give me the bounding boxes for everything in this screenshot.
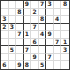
cell-r4c7[interactable] (46, 24, 54, 32)
cell-r1c5[interactable] (31, 1, 39, 9)
cell-r9c1[interactable]: 6 (1, 61, 9, 69)
cell-r6c1[interactable] (1, 39, 9, 47)
cell-r6c9[interactable]: 1 (61, 39, 69, 47)
cell-r6c4[interactable] (24, 39, 32, 47)
cell-r4c9[interactable] (61, 24, 69, 32)
cell-r8c6[interactable] (39, 54, 47, 62)
cell-r1c6[interactable]: 7 (39, 1, 47, 9)
cell-r8c7[interactable]: 7 (46, 54, 54, 62)
cell-r2c2[interactable] (9, 9, 17, 17)
cell-r2c6[interactable] (39, 9, 47, 17)
cell-r8c5[interactable]: 9 (31, 54, 39, 62)
cell-r5c9[interactable] (61, 31, 69, 39)
cell-r2c1[interactable] (1, 9, 9, 17)
cell-r9c6[interactable]: 5 (39, 61, 47, 69)
cell-r4c8[interactable] (54, 24, 62, 32)
cell-r7c7[interactable] (46, 46, 54, 54)
cell-r6c8[interactable]: 7 (54, 39, 62, 47)
cell-r9c7[interactable] (46, 61, 54, 69)
cell-r1c8[interactable] (54, 1, 62, 9)
cell-r5c4[interactable]: 1 (24, 31, 32, 39)
cell-r9c2[interactable] (9, 61, 17, 69)
cell-r4c5[interactable]: 7 (31, 24, 39, 32)
cell-r1c3[interactable] (16, 1, 24, 9)
cell-r6c2[interactable] (9, 39, 17, 47)
cell-r7c9[interactable]: 3 (61, 46, 69, 54)
cell-r1c9[interactable]: 8 (61, 1, 69, 9)
cell-r8c4[interactable] (24, 54, 32, 62)
cell-r4c6[interactable] (39, 24, 47, 32)
cell-r2c9[interactable] (61, 9, 69, 17)
cell-r6c7[interactable] (46, 39, 54, 47)
cell-r9c9[interactable] (61, 61, 69, 69)
sudoku-board: 9738823842377149671573976985 (0, 0, 70, 70)
cell-r3c5[interactable] (31, 16, 39, 24)
cell-r9c4[interactable]: 8 (24, 61, 32, 69)
cell-r6c5[interactable]: 6 (31, 39, 39, 47)
cell-r9c8[interactable] (54, 61, 62, 69)
cell-r1c2[interactable] (9, 1, 17, 9)
cell-r3c6[interactable]: 8 (39, 16, 47, 24)
cell-r5c5[interactable] (31, 31, 39, 39)
cell-r4c1[interactable]: 2 (1, 24, 9, 32)
cell-r6c3[interactable] (16, 39, 24, 47)
cell-r9c3[interactable]: 9 (16, 61, 24, 69)
cell-r3c8[interactable]: 4 (54, 16, 62, 24)
cell-r8c3[interactable] (16, 54, 24, 62)
cell-r1c7[interactable]: 3 (46, 1, 54, 9)
cell-r3c3[interactable] (16, 16, 24, 24)
cell-r4c2[interactable]: 3 (9, 24, 17, 32)
cell-r6c6[interactable] (39, 39, 47, 47)
cell-r7c6[interactable] (39, 46, 47, 54)
cell-r3c4[interactable] (24, 16, 32, 24)
cell-r8c1[interactable] (1, 54, 9, 62)
cell-r2c4[interactable] (24, 9, 32, 17)
cell-r7c4[interactable]: 7 (24, 46, 32, 54)
cell-r8c8[interactable] (54, 54, 62, 62)
cell-r4c3[interactable] (16, 24, 24, 32)
cell-r5c7[interactable]: 9 (46, 31, 54, 39)
cell-r2c8[interactable] (54, 9, 62, 17)
cell-r1c1[interactable] (1, 1, 9, 9)
cell-r1c4[interactable]: 9 (24, 1, 32, 9)
cell-r2c5[interactable]: 2 (31, 9, 39, 17)
cell-r3c2[interactable] (9, 16, 17, 24)
cell-r5c3[interactable]: 7 (16, 31, 24, 39)
cell-r5c1[interactable] (1, 31, 9, 39)
cell-r3c9[interactable] (61, 16, 69, 24)
cell-r8c2[interactable] (9, 54, 17, 62)
cell-r2c7[interactable] (46, 9, 54, 17)
cell-r7c1[interactable] (1, 46, 9, 54)
cell-r9c5[interactable] (31, 61, 39, 69)
cell-r5c6[interactable]: 4 (39, 31, 47, 39)
cell-r2c3[interactable]: 8 (16, 9, 24, 17)
cell-r3c1[interactable]: 3 (1, 16, 9, 24)
cell-r7c2[interactable]: 5 (9, 46, 17, 54)
cell-r3c7[interactable] (46, 16, 54, 24)
cell-r5c2[interactable] (9, 31, 17, 39)
cell-r5c8[interactable] (54, 31, 62, 39)
cell-r4c4[interactable] (24, 24, 32, 32)
cell-r8c9[interactable] (61, 54, 69, 62)
cell-r7c8[interactable] (54, 46, 62, 54)
cell-r7c5[interactable] (31, 46, 39, 54)
cell-r7c3[interactable] (16, 46, 24, 54)
